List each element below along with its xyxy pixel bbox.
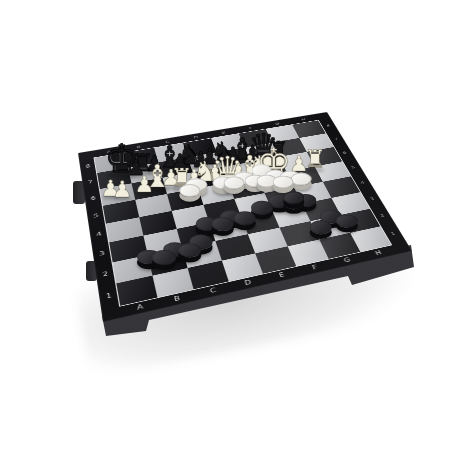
- file-label-bottom-a: A: [137, 304, 144, 311]
- rank-label-left-8: 8: [85, 164, 90, 168]
- file-label-top-b: B: [136, 145, 141, 149]
- file-label-bottom-f: F: [312, 265, 319, 271]
- rank-label-right-7: 7: [334, 137, 339, 140]
- file-label-bottom-e: E: [278, 272, 285, 278]
- rank-label-right-5: 5: [351, 166, 356, 170]
- product-photo-stage: 1122334455667788AABBCCDDEEFFGGHH ♚♜♟♟♝♟♞…: [0, 0, 450, 450]
- rank-label-left-3: 3: [99, 251, 105, 257]
- rank-label-right-6: 6: [342, 151, 347, 155]
- rank-label-right-8: 8: [326, 124, 331, 127]
- file-label-top-f: F: [249, 126, 253, 129]
- rank-label-right-3: 3: [369, 197, 375, 201]
- file-label-bottom-c: C: [209, 288, 216, 295]
- rank-label-right-4: 4: [360, 181, 366, 185]
- file-label-top-c: C: [165, 140, 170, 144]
- file-label-top-e: E: [221, 131, 226, 134]
- rank-label-left-5: 5: [93, 214, 99, 219]
- file-label-top-a: A: [106, 150, 111, 154]
- file-label-top-h: H: [301, 118, 306, 121]
- file-label-bottom-h: H: [374, 250, 382, 256]
- rank-label-left-6: 6: [90, 196, 96, 201]
- file-label-top-g: G: [275, 122, 281, 125]
- rank-label-left-2: 2: [102, 272, 108, 278]
- rank-label-left-4: 4: [96, 232, 102, 237]
- rank-label-left-1: 1: [106, 293, 112, 300]
- file-label-top-d: D: [193, 135, 198, 139]
- file-label-bottom-b: B: [173, 296, 180, 303]
- rank-label-right-2: 2: [379, 214, 385, 218]
- file-label-bottom-g: G: [343, 257, 351, 263]
- rank-label-right-1: 1: [390, 231, 396, 236]
- file-label-bottom-d: D: [244, 280, 252, 286]
- rank-label-left-7: 7: [88, 180, 93, 185]
